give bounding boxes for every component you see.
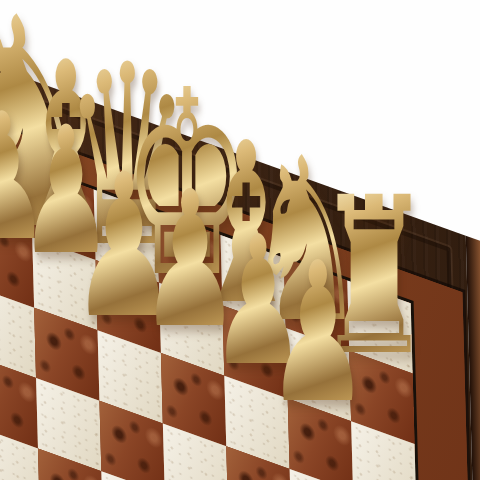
chess-board [0, 121, 426, 480]
product-photo-scene: ♞♟♝♟♛♟♚♟♝♟♞♟♜ [0, 0, 480, 480]
